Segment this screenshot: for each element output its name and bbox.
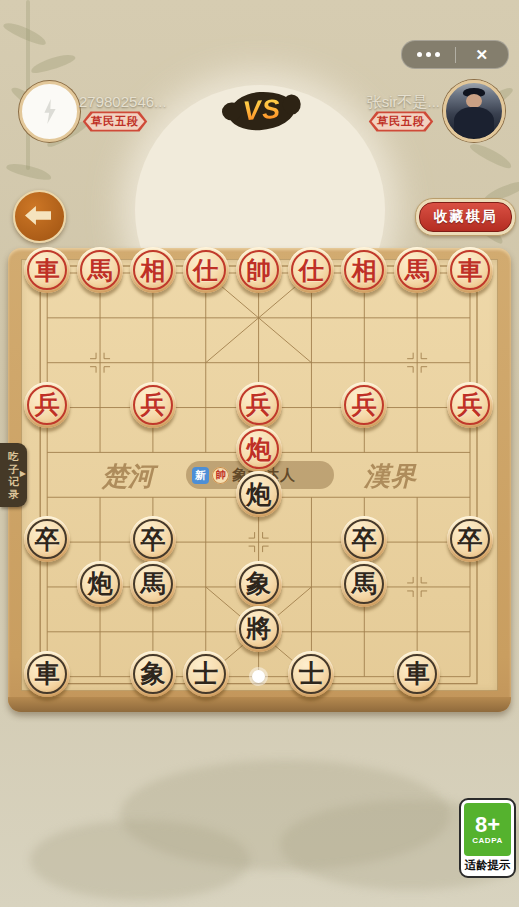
piece-glyph: 卒: [352, 527, 377, 552]
piece-glyph: 兵: [458, 392, 483, 417]
piece-glyph: 炮: [88, 571, 113, 596]
piece-black-advisor[interactable]: 士: [183, 651, 229, 697]
capture-tab-char: 录: [8, 488, 19, 501]
piece-red-pawn[interactable]: 兵: [236, 382, 282, 428]
lightning-icon: [42, 99, 58, 124]
river-label-right: 漢界: [354, 459, 426, 494]
collect-game-button[interactable]: 收藏棋局: [415, 198, 516, 236]
back-button[interactable]: [13, 190, 66, 243]
capture-tab-char: 记: [8, 475, 19, 488]
player-right-avatar[interactable]: [443, 80, 505, 142]
piece-glyph: 馬: [140, 571, 165, 596]
player-right-name: 张sir不是...: [346, 93, 440, 112]
piece-black-rook[interactable]: 車: [394, 651, 440, 697]
piece-glyph: 卒: [140, 527, 165, 552]
capture-tab-char: 子: [8, 463, 19, 476]
piece-red-horse[interactable]: 馬: [394, 247, 440, 293]
piece-black-king[interactable]: 將: [236, 606, 282, 652]
piece-glyph: 馬: [88, 258, 113, 283]
piece-glyph: 兵: [35, 392, 60, 417]
piece-black-cannon[interactable]: 炮: [236, 471, 282, 517]
piece-glyph: 馬: [352, 571, 377, 596]
piece-red-pawn[interactable]: 兵: [341, 382, 387, 428]
cadpa-org: CADPA: [472, 836, 502, 845]
piece-black-rook[interactable]: 車: [24, 651, 70, 697]
piece-black-pawn[interactable]: 卒: [130, 516, 176, 562]
piece-glyph: 炮: [246, 437, 271, 462]
piece-black-elephant[interactable]: 象: [130, 651, 176, 697]
close-icon: ✕: [475, 47, 488, 62]
piece-black-horse[interactable]: 馬: [341, 561, 387, 607]
capture-tab-arrow-icon: ▶: [20, 469, 26, 478]
piece-glyph: 車: [458, 258, 483, 283]
piece-red-elephant[interactable]: 相: [341, 247, 387, 293]
app-screen: ✕ 279802546... 草民五段 VS 张sir不是... 草民五段 收藏…: [0, 0, 519, 907]
avatar-photo-face: [466, 94, 482, 108]
piece-red-elephant[interactable]: 相: [130, 247, 176, 293]
close-button[interactable]: ✕: [456, 41, 509, 68]
piece-glyph: 士: [193, 661, 218, 686]
piece-glyph: 相: [352, 258, 377, 283]
capture-record-tab[interactable]: 吃 子 记 录 ▶: [0, 443, 27, 507]
back-arrow-icon: [25, 206, 51, 225]
piece-glyph: 相: [140, 258, 165, 283]
more-icon: [415, 52, 442, 57]
more-button[interactable]: [402, 41, 455, 68]
piece-glyph: 兵: [140, 392, 165, 417]
piece-glyph: 將: [246, 616, 271, 641]
piece-glyph: 車: [405, 661, 430, 686]
capture-tab-char: 吃: [8, 450, 19, 463]
piece-glyph: 兵: [352, 392, 377, 417]
piece-red-rook[interactable]: 車: [24, 247, 70, 293]
player-left-rank-badge: 草民五段: [80, 111, 150, 132]
avatar-photo-torso: [454, 107, 494, 137]
piece-red-pawn[interactable]: 兵: [24, 382, 70, 428]
menu-capsule: ✕: [401, 40, 509, 69]
vs-label: VS: [224, 92, 300, 128]
piece-glyph: 帥: [246, 258, 271, 283]
piece-glyph: 仕: [299, 258, 324, 283]
watermark-mini-piece-icon: 帥: [212, 467, 229, 484]
cadpa-label: 适龄提示: [464, 858, 511, 873]
cadpa-age: 8+: [475, 814, 500, 836]
piece-black-pawn[interactable]: 卒: [24, 516, 70, 562]
piece-glyph: 卒: [458, 527, 483, 552]
player-right-rank-badge: 草民五段: [366, 111, 436, 132]
player-left-avatar[interactable]: [19, 81, 80, 142]
piece-red-king[interactable]: 帥: [236, 247, 282, 293]
piece-glyph: 卒: [35, 527, 60, 552]
cadpa-green-panel: 8+ CADPA: [464, 803, 511, 856]
piece-glyph: 馬: [405, 258, 430, 283]
piece-red-pawn[interactable]: 兵: [130, 382, 176, 428]
piece-glyph: 車: [35, 258, 60, 283]
piece-red-horse[interactable]: 馬: [77, 247, 123, 293]
piece-glyph: 車: [35, 661, 60, 686]
piece-black-cannon[interactable]: 炮: [77, 561, 123, 607]
piece-glyph: 兵: [246, 392, 271, 417]
piece-glyph: 象: [246, 571, 271, 596]
piece-red-cannon[interactable]: 炮: [236, 426, 282, 472]
piece-red-pawn[interactable]: 兵: [447, 382, 493, 428]
player-left-name: 279802546...: [79, 93, 199, 110]
piece-black-advisor[interactable]: 士: [288, 651, 334, 697]
piece-glyph: 象: [140, 661, 165, 686]
collect-game-label: 收藏棋局: [419, 202, 512, 232]
watermark-badge: 新: [192, 467, 209, 484]
piece-black-pawn[interactable]: 卒: [447, 516, 493, 562]
piece-red-advisor[interactable]: 仕: [183, 247, 229, 293]
board-edge-decor: [8, 697, 511, 712]
cadpa-badge: 8+ CADPA 适龄提示: [459, 798, 516, 878]
piece-black-elephant[interactable]: 象: [236, 561, 282, 607]
piece-glyph: 炮: [246, 482, 271, 507]
piece-black-horse[interactable]: 馬: [130, 561, 176, 607]
piece-red-rook[interactable]: 車: [447, 247, 493, 293]
vs-badge: VS: [225, 86, 299, 136]
piece-glyph: 仕: [193, 258, 218, 283]
piece-glyph: 士: [299, 661, 324, 686]
river-label-left: 楚河: [92, 459, 164, 494]
